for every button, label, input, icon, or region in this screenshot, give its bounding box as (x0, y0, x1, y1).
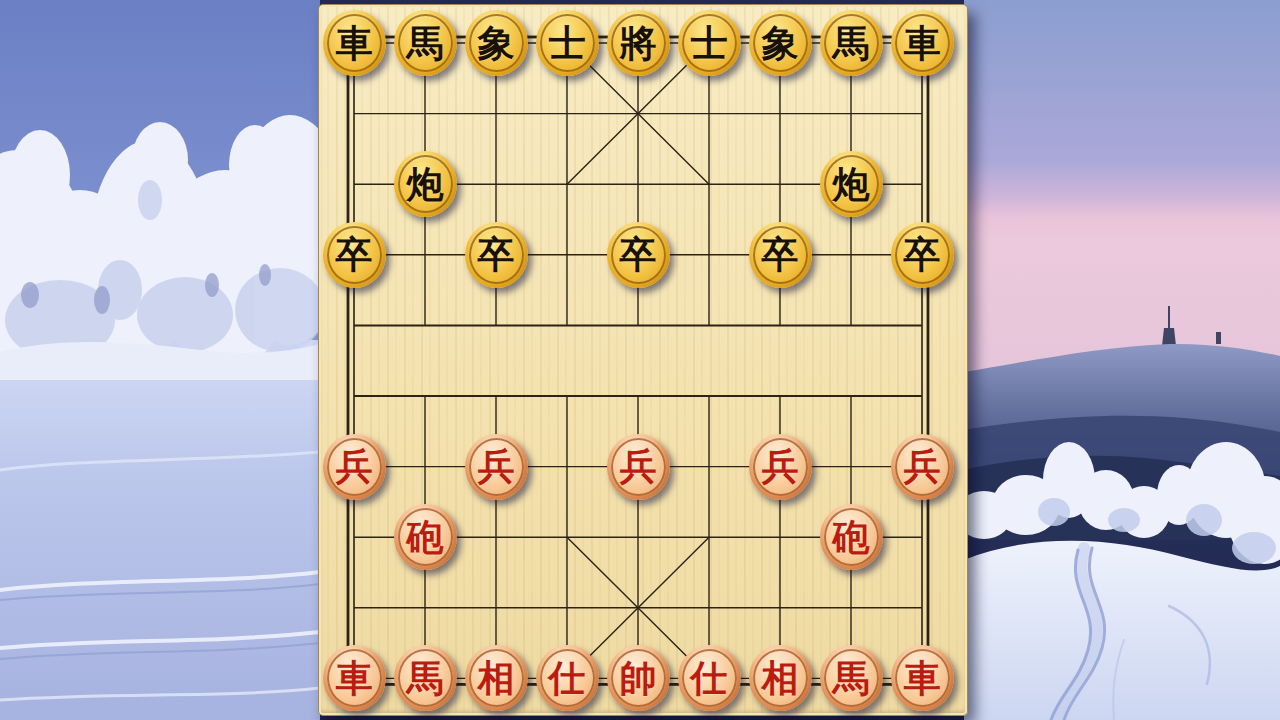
piece-red-advisor[interactable]: 仕 (536, 645, 599, 711)
piece-glyph: 砲 (398, 508, 453, 566)
piece-red-chariot[interactable]: 車 (891, 645, 954, 711)
piece-glyph: 兵 (753, 438, 808, 496)
piece-glyph: 卒 (895, 226, 950, 284)
piece-glyph: 仕 (540, 649, 595, 707)
piece-red-soldier[interactable]: 兵 (891, 434, 954, 500)
piece-glyph: 象 (469, 14, 524, 72)
piece-black-general[interactable]: 將 (607, 10, 670, 76)
piece-glyph: 卒 (327, 226, 382, 284)
piece-black-chariot[interactable]: 車 (323, 10, 386, 76)
piece-glyph: 車 (327, 14, 382, 72)
piece-glyph: 卒 (469, 226, 524, 284)
piece-black-cannon[interactable]: 炮 (394, 151, 457, 217)
piece-glyph: 士 (682, 14, 737, 72)
piece-red-elephant[interactable]: 相 (749, 645, 812, 711)
piece-black-elephant[interactable]: 象 (749, 10, 812, 76)
piece-glyph: 馬 (398, 649, 453, 707)
piece-red-advisor[interactable]: 仕 (678, 645, 741, 711)
piece-red-horse[interactable]: 馬 (820, 645, 883, 711)
background-snow-hill-photo (964, 0, 1280, 720)
piece-red-horse[interactable]: 馬 (394, 645, 457, 711)
piece-glyph: 兵 (611, 438, 666, 496)
piece-black-chariot[interactable]: 車 (891, 10, 954, 76)
piece-glyph: 砲 (824, 508, 879, 566)
piece-glyph: 馬 (824, 649, 879, 707)
piece-black-cannon[interactable]: 炮 (820, 151, 883, 217)
piece-red-elephant[interactable]: 相 (465, 645, 528, 711)
piece-black-elephant[interactable]: 象 (465, 10, 528, 76)
piece-glyph: 車 (895, 649, 950, 707)
piece-glyph: 炮 (824, 155, 879, 213)
piece-black-horse[interactable]: 馬 (394, 10, 457, 76)
piece-glyph: 仕 (682, 649, 737, 707)
piece-glyph: 帥 (611, 649, 666, 707)
piece-red-soldier[interactable]: 兵 (323, 434, 386, 500)
piece-red-cannon[interactable]: 砲 (394, 504, 457, 570)
background-snow-trees-photo (0, 0, 320, 720)
piece-black-soldier[interactable]: 卒 (465, 222, 528, 288)
screen: 車馬象士將士象馬車炮炮卒卒卒卒卒兵兵兵兵兵砲砲車馬相仕帥仕相馬車 (0, 0, 1280, 720)
piece-glyph: 兵 (469, 438, 524, 496)
piece-glyph: 卒 (753, 226, 808, 284)
piece-black-advisor[interactable]: 士 (536, 10, 599, 76)
piece-glyph: 兵 (895, 438, 950, 496)
board-grid-lines (319, 5, 967, 715)
piece-red-chariot[interactable]: 車 (323, 645, 386, 711)
piece-black-horse[interactable]: 馬 (820, 10, 883, 76)
piece-glyph: 馬 (824, 14, 879, 72)
piece-glyph: 象 (753, 14, 808, 72)
piece-red-soldier[interactable]: 兵 (749, 434, 812, 500)
piece-glyph: 兵 (327, 438, 382, 496)
piece-black-soldier[interactable]: 卒 (891, 222, 954, 288)
piece-black-soldier[interactable]: 卒 (749, 222, 812, 288)
piece-glyph: 士 (540, 14, 595, 72)
xiangqi-board: 車馬象士將士象馬車炮炮卒卒卒卒卒兵兵兵兵兵砲砲車馬相仕帥仕相馬車 (318, 4, 968, 716)
piece-black-soldier[interactable]: 卒 (323, 222, 386, 288)
piece-glyph: 馬 (398, 14, 453, 72)
piece-glyph: 相 (753, 649, 808, 707)
piece-red-soldier[interactable]: 兵 (607, 434, 670, 500)
piece-glyph: 卒 (611, 226, 666, 284)
piece-red-cannon[interactable]: 砲 (820, 504, 883, 570)
piece-glyph: 車 (327, 649, 382, 707)
piece-glyph: 相 (469, 649, 524, 707)
piece-black-soldier[interactable]: 卒 (607, 222, 670, 288)
piece-red-general[interactable]: 帥 (607, 645, 670, 711)
piece-glyph: 炮 (398, 155, 453, 213)
piece-red-soldier[interactable]: 兵 (465, 434, 528, 500)
piece-black-advisor[interactable]: 士 (678, 10, 741, 76)
piece-glyph: 將 (611, 14, 666, 72)
piece-glyph: 車 (895, 14, 950, 72)
